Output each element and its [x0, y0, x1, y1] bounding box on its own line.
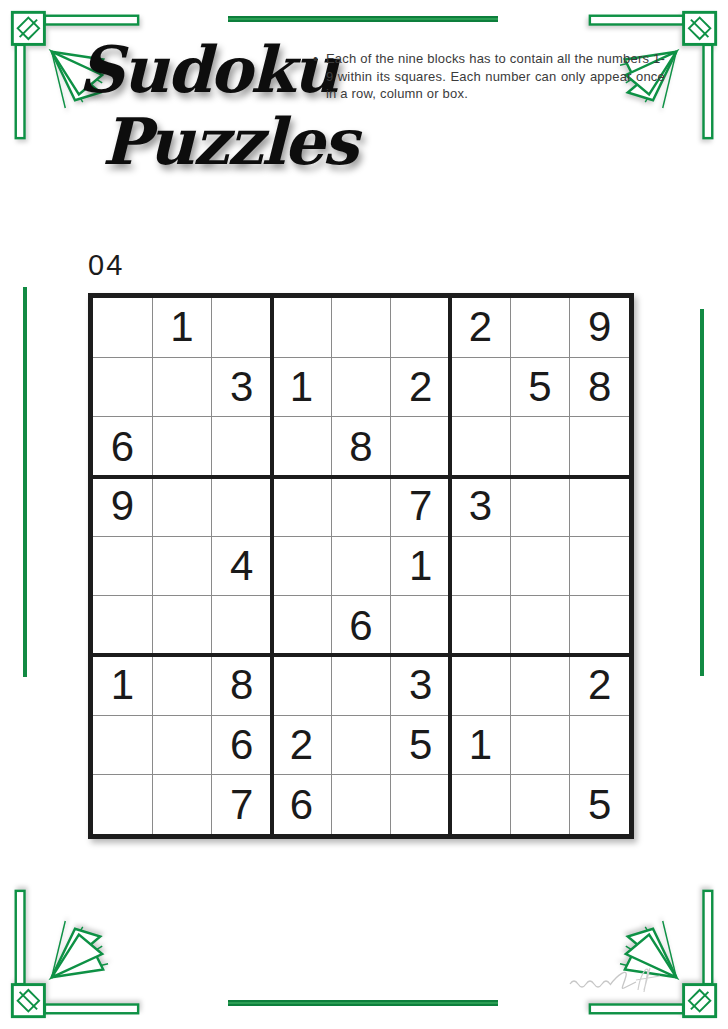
cell-r4c1[interactable]: 9: [93, 477, 152, 536]
cell-r5c7[interactable]: [451, 537, 510, 596]
cell-r4c6[interactable]: 7: [391, 477, 450, 536]
cell-r9c5[interactable]: [332, 775, 391, 834]
cell-r5c2[interactable]: [153, 537, 212, 596]
cell-r9c7[interactable]: [451, 775, 510, 834]
cell-r2c9[interactable]: 8: [570, 358, 629, 417]
cell-r7c9[interactable]: 2: [570, 656, 629, 715]
cell-r7c6[interactable]: 3: [391, 656, 450, 715]
cell-r6c3[interactable]: [212, 596, 271, 655]
cell-r5c8[interactable]: [511, 537, 570, 596]
cell-r4c2[interactable]: [153, 477, 212, 536]
cell-r8c2[interactable]: [153, 716, 212, 775]
cell-r7c5[interactable]: [332, 656, 391, 715]
cell-r5c3[interactable]: 4: [212, 537, 271, 596]
cell-r3c3[interactable]: [212, 417, 271, 476]
cell-r9c8[interactable]: [511, 775, 570, 834]
cell-r8c8[interactable]: [511, 716, 570, 775]
cell-r5c9[interactable]: [570, 537, 629, 596]
cell-r4c5[interactable]: [332, 477, 391, 536]
cell-r1c9[interactable]: 9: [570, 298, 629, 357]
cell-r2c5[interactable]: [332, 358, 391, 417]
cell-r6c6[interactable]: [391, 596, 450, 655]
cell-r7c2[interactable]: [153, 656, 212, 715]
cell-r8c9[interactable]: [570, 716, 629, 775]
puzzle-number: 04: [88, 249, 124, 282]
cell-r3c9[interactable]: [570, 417, 629, 476]
cell-r5c5[interactable]: [332, 537, 391, 596]
instructions-text: Each of the nine blocks has to contain a…: [326, 50, 665, 103]
cell-r8c6[interactable]: 5: [391, 716, 450, 775]
left-side-rule: [23, 287, 27, 677]
cell-r3c7[interactable]: [451, 417, 510, 476]
cell-r2c6[interactable]: 2: [391, 358, 450, 417]
signature-scribble: [566, 958, 670, 998]
cell-r4c3[interactable]: [212, 477, 271, 536]
title-word-puzzles: Puzzles: [102, 104, 356, 179]
cell-r3c1[interactable]: 6: [93, 417, 152, 476]
cell-r3c2[interactable]: [153, 417, 212, 476]
cell-r1c2[interactable]: 1: [153, 298, 212, 357]
cell-r5c1[interactable]: [93, 537, 152, 596]
cell-r4c4[interactable]: [272, 477, 331, 536]
top-divider: [228, 16, 498, 22]
cell-r8c3[interactable]: 6: [212, 716, 271, 775]
cell-r9c4[interactable]: 6: [272, 775, 331, 834]
cell-r7c8[interactable]: [511, 656, 570, 715]
corner-ornament-bottom-left-icon: [7, 886, 143, 1022]
cell-r2c1[interactable]: [93, 358, 152, 417]
cell-r7c4[interactable]: [272, 656, 331, 715]
cell-r6c4[interactable]: [272, 596, 331, 655]
cell-r7c1[interactable]: 1: [93, 656, 152, 715]
cell-r9c3[interactable]: 7: [212, 775, 271, 834]
cell-r1c8[interactable]: [511, 298, 570, 357]
cell-r4c9[interactable]: [570, 477, 629, 536]
cell-r2c8[interactable]: 5: [511, 358, 570, 417]
cell-r1c7[interactable]: 2: [451, 298, 510, 357]
cell-r8c1[interactable]: [93, 716, 152, 775]
cell-r2c7[interactable]: [451, 358, 510, 417]
cell-r8c4[interactable]: 2: [272, 716, 331, 775]
cell-r9c2[interactable]: [153, 775, 212, 834]
cell-r6c2[interactable]: [153, 596, 212, 655]
cell-r3c8[interactable]: [511, 417, 570, 476]
title-word-sudoku: Sudoku: [78, 32, 337, 107]
instructions-block: • Each of the nine blocks has to contain…: [313, 50, 665, 103]
cell-r2c2[interactable]: [153, 358, 212, 417]
sudoku-page: Sudoku Puzzles • Each of the nine blocks…: [0, 0, 728, 1029]
cell-r6c9[interactable]: [570, 596, 629, 655]
cell-r6c8[interactable]: [511, 596, 570, 655]
cell-r6c1[interactable]: [93, 596, 152, 655]
cell-r6c7[interactable]: [451, 596, 510, 655]
cell-r1c1[interactable]: [93, 298, 152, 357]
cell-r1c3[interactable]: [212, 298, 271, 357]
cell-r3c4[interactable]: [272, 417, 331, 476]
cell-r3c6[interactable]: [391, 417, 450, 476]
cell-r5c6[interactable]: 1: [391, 537, 450, 596]
cell-r2c4[interactable]: 1: [272, 358, 331, 417]
cell-r9c6[interactable]: [391, 775, 450, 834]
cell-r8c7[interactable]: 1: [451, 716, 510, 775]
cell-r4c7[interactable]: 3: [451, 477, 510, 536]
cell-r5c4[interactable]: [272, 537, 331, 596]
cell-r1c4[interactable]: [272, 298, 331, 357]
cell-r9c1[interactable]: [93, 775, 152, 834]
cell-r2c3[interactable]: 3: [212, 358, 271, 417]
cell-r3c5[interactable]: 8: [332, 417, 391, 476]
cell-r7c3[interactable]: 8: [212, 656, 271, 715]
cell-r1c6[interactable]: [391, 298, 450, 357]
bottom-divider: [228, 1000, 498, 1006]
sudoku-grid-cells: 129312586897341618326251765: [93, 298, 629, 834]
cell-r1c5[interactable]: [332, 298, 391, 357]
cell-r7c7[interactable]: [451, 656, 510, 715]
bullet-icon: •: [313, 50, 318, 103]
right-side-rule: [700, 309, 704, 676]
corner-ornament-bottom-right-icon: [585, 886, 721, 1022]
cell-r9c9[interactable]: 5: [570, 775, 629, 834]
cell-r6c5[interactable]: 6: [332, 596, 391, 655]
cell-r8c5[interactable]: [332, 716, 391, 775]
sudoku-grid: 129312586897341618326251765: [88, 293, 634, 839]
cell-r4c8[interactable]: [511, 477, 570, 536]
